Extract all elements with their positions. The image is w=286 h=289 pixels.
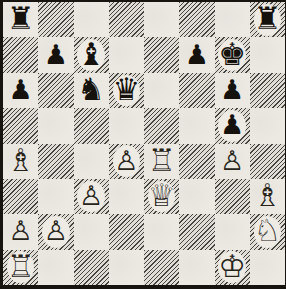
square-d7[interactable] — [109, 37, 144, 72]
square-e3[interactable]: ♕ — [144, 179, 179, 214]
black-rook-h8: ♜ — [253, 3, 281, 34]
black-pawn-g5: ♟ — [220, 111, 244, 138]
square-a5[interactable] — [3, 108, 38, 143]
square-h3[interactable]: ♗ — [250, 179, 285, 214]
square-b1[interactable] — [38, 250, 73, 285]
square-e4[interactable]: ♖ — [144, 144, 179, 179]
square-b2[interactable]: ♙ — [38, 214, 73, 249]
square-f4[interactable] — [179, 144, 214, 179]
square-f8[interactable] — [179, 2, 214, 37]
square-d2[interactable] — [109, 214, 144, 249]
square-c4[interactable] — [74, 144, 109, 179]
square-g8[interactable] — [215, 2, 250, 37]
white-pawn-c3: ♙ — [79, 182, 103, 209]
white-pawn-b2: ♙ — [44, 217, 68, 244]
white-pawn-d4: ♙ — [114, 147, 138, 174]
square-c5[interactable] — [74, 108, 109, 143]
square-e7[interactable] — [144, 37, 179, 72]
square-a6[interactable]: ♟ — [3, 73, 38, 108]
square-h5[interactable] — [250, 108, 285, 143]
white-bishop-h3: ♗ — [253, 180, 281, 211]
square-a3[interactable] — [3, 179, 38, 214]
square-h8[interactable]: ♜ — [250, 2, 285, 37]
white-rook-a1: ♖ — [7, 251, 35, 282]
square-g5[interactable]: ♟ — [215, 108, 250, 143]
black-rook-a8: ♜ — [7, 3, 35, 34]
square-h7[interactable] — [250, 37, 285, 72]
black-knight-c6: ♞ — [77, 74, 105, 105]
square-g2[interactable] — [215, 214, 250, 249]
white-king-g1: ♔ — [218, 251, 246, 282]
black-king-g7: ♚ — [218, 39, 246, 70]
square-h2[interactable]: ♘ — [250, 214, 285, 249]
square-f7[interactable]: ♟ — [179, 37, 214, 72]
square-b6[interactable] — [38, 73, 73, 108]
black-pawn-g6: ♟ — [220, 76, 244, 103]
square-b3[interactable] — [38, 179, 73, 214]
square-f3[interactable] — [179, 179, 214, 214]
square-f2[interactable] — [179, 214, 214, 249]
square-e2[interactable] — [144, 214, 179, 249]
square-h1[interactable] — [250, 250, 285, 285]
scanned-chess-diagram: ♜♜♟♝♟♚♟♞♛♟♟♗♙♖♙♙♕♗♙♙♘♖♔ — [0, 0, 286, 289]
white-pawn-g4: ♙ — [220, 147, 244, 174]
square-d3[interactable] — [109, 179, 144, 214]
square-a4[interactable]: ♗ — [3, 144, 38, 179]
square-a7[interactable] — [3, 37, 38, 72]
black-pawn-a6: ♟ — [9, 76, 33, 103]
white-knight-h2: ♘ — [253, 215, 281, 246]
square-e8[interactable] — [144, 2, 179, 37]
black-pawn-f7: ♟ — [185, 41, 209, 68]
square-c8[interactable] — [74, 2, 109, 37]
square-g6[interactable]: ♟ — [215, 73, 250, 108]
square-b5[interactable] — [38, 108, 73, 143]
square-c6[interactable]: ♞ — [74, 73, 109, 108]
square-c3[interactable]: ♙ — [74, 179, 109, 214]
black-pawn-b7: ♟ — [44, 41, 68, 68]
square-b7[interactable]: ♟ — [38, 37, 73, 72]
square-a8[interactable]: ♜ — [3, 2, 38, 37]
square-g7[interactable]: ♚ — [215, 37, 250, 72]
square-f5[interactable] — [179, 108, 214, 143]
square-e6[interactable] — [144, 73, 179, 108]
square-a2[interactable]: ♙ — [3, 214, 38, 249]
square-f6[interactable] — [179, 73, 214, 108]
square-e1[interactable] — [144, 250, 179, 285]
white-pawn-a2: ♙ — [9, 217, 33, 244]
square-g3[interactable] — [215, 179, 250, 214]
square-g1[interactable]: ♔ — [215, 250, 250, 285]
square-d5[interactable] — [109, 108, 144, 143]
square-c1[interactable] — [74, 250, 109, 285]
square-c7[interactable]: ♝ — [74, 37, 109, 72]
square-a1[interactable]: ♖ — [3, 250, 38, 285]
square-d1[interactable] — [109, 250, 144, 285]
square-d8[interactable] — [109, 2, 144, 37]
square-b4[interactable] — [38, 144, 73, 179]
square-g4[interactable]: ♙ — [215, 144, 250, 179]
square-h4[interactable] — [250, 144, 285, 179]
square-f1[interactable] — [179, 250, 214, 285]
white-queen-e3: ♕ — [148, 180, 176, 211]
black-queen-d6: ♛ — [112, 74, 140, 105]
square-d4[interactable]: ♙ — [109, 144, 144, 179]
white-bishop-a4: ♗ — [7, 145, 35, 176]
chess-board: ♜♜♟♝♟♚♟♞♛♟♟♗♙♖♙♙♕♗♙♙♘♖♔ — [0, 0, 286, 289]
square-c2[interactable] — [74, 214, 109, 249]
black-bishop-c7: ♝ — [77, 39, 105, 70]
white-rook-e4: ♖ — [148, 145, 176, 176]
square-d6[interactable]: ♛ — [109, 73, 144, 108]
square-b8[interactable] — [38, 2, 73, 37]
square-h6[interactable] — [250, 73, 285, 108]
square-e5[interactable] — [144, 108, 179, 143]
